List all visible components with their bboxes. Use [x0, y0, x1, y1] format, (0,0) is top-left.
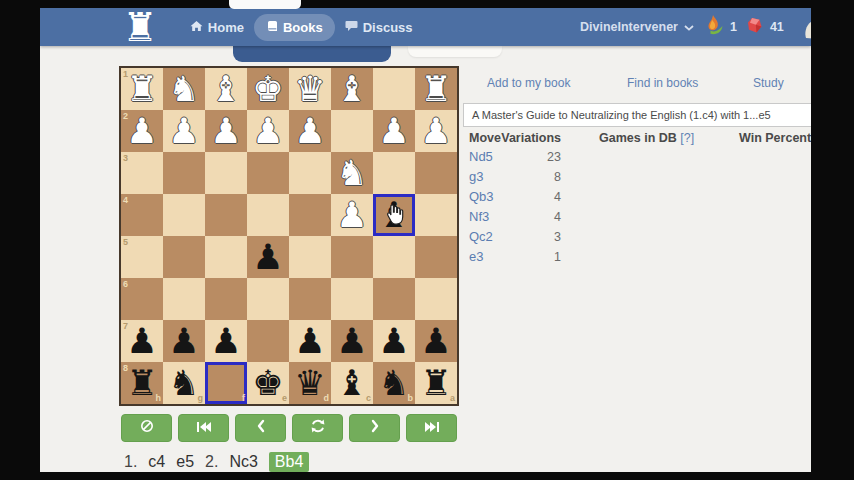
board-controls — [121, 414, 457, 442]
flip-board-button[interactable] — [292, 414, 343, 442]
move-Bb4[interactable]: Bb4 — [269, 452, 309, 472]
white-pawn-a2: ♟ — [415, 110, 457, 152]
file-label-g: g — [198, 393, 204, 403]
rank-label-4: 4 — [123, 195, 128, 205]
square-f8[interactable]: f — [205, 362, 247, 404]
file-label-d: d — [324, 393, 330, 403]
white-rook-a1: ♜ — [415, 68, 457, 110]
square-h2[interactable]: ♟2 — [121, 110, 163, 152]
square-e2[interactable]: ♟ — [247, 110, 289, 152]
rank-label-7: 7 — [123, 321, 128, 331]
square-f2[interactable]: ♟ — [205, 110, 247, 152]
variation-count-e3: 1 — [501, 250, 561, 264]
square-f3[interactable] — [205, 152, 247, 194]
skip-to-end-button[interactable] — [406, 414, 457, 442]
variation-count-Qc2: 3 — [501, 230, 561, 244]
square-f1[interactable]: ♝ — [205, 68, 247, 110]
flip-arrows-icon — [310, 419, 326, 437]
next-move-button[interactable] — [349, 414, 400, 442]
nav-discuss-label: Discuss — [363, 20, 413, 35]
move-list: 1.c4e52.Nc3Bb4 — [124, 452, 309, 472]
square-g6[interactable] — [163, 278, 205, 320]
square-e6[interactable] — [247, 278, 289, 320]
hand-cursor-icon — [383, 203, 405, 227]
square-g3[interactable] — [163, 152, 205, 194]
square-g2[interactable]: ♟ — [163, 110, 205, 152]
square-h6[interactable]: 6 — [121, 278, 163, 320]
square-h3[interactable]: 3 — [121, 152, 163, 194]
rank-label-3: 3 — [123, 153, 128, 163]
home-icon — [190, 20, 203, 35]
square-b6[interactable] — [373, 278, 415, 320]
chevron-down-icon — [684, 20, 694, 34]
gem-icon — [746, 16, 765, 38]
skip-end-icon — [424, 419, 440, 437]
black-pawn-d7: ♟ — [289, 320, 331, 362]
variation-count-g3: 8 — [501, 170, 561, 184]
variation-move-e3[interactable]: e3 — [469, 249, 483, 264]
letterbox-right — [811, 0, 854, 480]
square-c3[interactable]: ♞ — [331, 152, 373, 194]
white-king-e1: ♚ — [247, 68, 289, 110]
disable-button[interactable] — [121, 414, 172, 442]
square-a1[interactable]: ♜ — [415, 68, 457, 110]
square-c5[interactable] — [331, 236, 373, 278]
skip-start-icon — [196, 419, 212, 437]
square-d8[interactable]: ♛d — [289, 362, 331, 404]
square-a7[interactable]: ♟ — [415, 320, 457, 362]
screen: ♜ Home Books Discuss DivineIntervener 1 — [0, 0, 854, 480]
square-d3[interactable] — [289, 152, 331, 194]
move-Nc3[interactable]: Nc3 — [229, 453, 257, 471]
file-label-b: b — [408, 393, 414, 403]
variation-move-Qc2[interactable]: Qc2 — [469, 229, 493, 244]
black-pawn-c7: ♟ — [331, 320, 373, 362]
variation-move-g3[interactable]: g3 — [469, 169, 483, 184]
white-pawn-f2: ♟ — [205, 110, 247, 152]
move-number: 1. — [124, 453, 137, 471]
variation-count-Qb3: 4 — [501, 190, 561, 204]
variation-move-Nd5[interactable]: Nd5 — [469, 149, 493, 164]
square-e8[interactable]: ♚e — [247, 362, 289, 404]
user-menu[interactable]: DivineIntervener — [580, 20, 694, 34]
col-header-variations: Variations — [501, 131, 561, 145]
file-label-e: e — [282, 393, 287, 403]
variation-move-Nf3[interactable]: Nf3 — [469, 209, 489, 224]
book-title-box[interactable]: A Master's Guide to Neutralizing the Eng… — [463, 103, 825, 127]
header-dropdown-tab — [233, 46, 391, 62]
chess-board: ♜1♞♝♚♛♝♜♟2♟♟♟♟♟♟3♞4♟♝5♟6♟7♟♟♟♟♟♟♜8h♞gf♚e… — [119, 66, 459, 406]
square-g5[interactable] — [163, 236, 205, 278]
square-c4[interactable]: ♟ — [331, 194, 373, 236]
book-icon — [266, 20, 278, 35]
square-c1[interactable]: ♝ — [331, 68, 373, 110]
white-pawn-c4: ♟ — [331, 194, 373, 236]
gems-count: 41 — [770, 20, 784, 34]
streak-flame-icon — [703, 14, 725, 40]
square-b3[interactable] — [373, 152, 415, 194]
white-pawn-d2: ♟ — [289, 110, 331, 152]
square-d4[interactable] — [289, 194, 331, 236]
square-e1[interactable]: ♚ — [247, 68, 289, 110]
white-pawn-g2: ♟ — [163, 110, 205, 152]
previous-move-button[interactable] — [235, 414, 286, 442]
square-b1[interactable] — [373, 68, 415, 110]
add-to-book-link[interactable]: Add to my book — [487, 76, 570, 90]
chat-bubble-icon — [345, 20, 358, 35]
book-title: A Master's Guide to Neutralizing the Eng… — [464, 104, 824, 126]
square-c2[interactable] — [331, 110, 373, 152]
square-e7[interactable] — [247, 320, 289, 362]
variation-count-Nf3: 4 — [501, 210, 561, 224]
square-e5[interactable]: ♟ — [247, 236, 289, 278]
square-a3[interactable] — [415, 152, 457, 194]
header-light-tab — [408, 46, 502, 57]
square-b8[interactable]: ♞b — [373, 362, 415, 404]
streak-counter[interactable]: 1 — [703, 14, 737, 40]
streak-count: 1 — [730, 20, 737, 34]
top-notch — [229, 0, 301, 9]
file-label-a: a — [450, 393, 455, 403]
study-link[interactable]: Study — [753, 76, 784, 90]
letterbox-bottom — [0, 472, 854, 480]
square-a6[interactable] — [415, 278, 457, 320]
nav-discuss[interactable]: Discuss — [335, 15, 423, 40]
square-b5[interactable] — [373, 236, 415, 278]
move-number: 2. — [205, 453, 218, 471]
username-label: DivineIntervener — [580, 20, 678, 34]
file-label-c: c — [366, 393, 371, 403]
variation-count-Nd5: 23 — [501, 150, 561, 164]
black-pawn-f7: ♟ — [205, 320, 247, 362]
rank-label-5: 5 — [123, 237, 128, 247]
black-pawn-g7: ♟ — [163, 320, 205, 362]
square-h4[interactable]: 4 — [121, 194, 163, 236]
chevron-right-icon — [370, 419, 380, 437]
chevron-left-icon — [256, 419, 266, 437]
rank-label-1: 1 — [123, 69, 128, 79]
col-header-games: Games in DB [?] — [599, 131, 694, 145]
nav-books-label: Books — [283, 20, 323, 35]
letterbox-left — [0, 0, 40, 480]
square-h7[interactable]: ♟7 — [121, 320, 163, 362]
black-pawn-a7: ♟ — [415, 320, 457, 362]
letterbox-top — [0, 0, 854, 8]
rank-label-6: 6 — [123, 279, 128, 289]
variation-move-Qb3[interactable]: Qb3 — [469, 189, 494, 204]
white-bishop-c1: ♝ — [331, 68, 373, 110]
square-a2[interactable]: ♟ — [415, 110, 457, 152]
square-d6[interactable] — [289, 278, 331, 320]
white-knight-g1: ♞ — [163, 68, 205, 110]
square-d7[interactable]: ♟ — [289, 320, 331, 362]
square-c6[interactable] — [331, 278, 373, 320]
white-pawn-b2: ♟ — [373, 110, 415, 152]
skip-to-start-button[interactable] — [178, 414, 229, 442]
square-b2[interactable]: ♟ — [373, 110, 415, 152]
white-knight-c3: ♞ — [331, 152, 373, 194]
square-b7[interactable]: ♟ — [373, 320, 415, 362]
rank-label-2: 2 — [123, 111, 128, 121]
square-f4[interactable] — [205, 194, 247, 236]
nav-home[interactable]: Home — [180, 15, 254, 40]
square-e3[interactable] — [247, 152, 289, 194]
games-help-icon[interactable]: [?] — [680, 131, 694, 145]
square-g7[interactable]: ♟ — [163, 320, 205, 362]
square-f6[interactable] — [205, 278, 247, 320]
square-h1[interactable]: ♜1 — [121, 68, 163, 110]
square-c7[interactable]: ♟ — [331, 320, 373, 362]
top-navbar: ♜ Home Books Discuss DivineIntervener 1 — [40, 8, 811, 46]
white-pawn-e2: ♟ — [247, 110, 289, 152]
square-a5[interactable] — [415, 236, 457, 278]
black-pawn-b7: ♟ — [373, 320, 415, 362]
square-h8[interactable]: ♜8h — [121, 362, 163, 404]
square-g1[interactable]: ♞ — [163, 68, 205, 110]
square-d2[interactable]: ♟ — [289, 110, 331, 152]
gems-counter[interactable]: 41 — [746, 16, 784, 38]
file-label-f: f — [242, 393, 245, 403]
square-d1[interactable]: ♛ — [289, 68, 331, 110]
square-g4[interactable] — [163, 194, 205, 236]
square-f5[interactable] — [205, 236, 247, 278]
move-c4[interactable]: c4 — [148, 453, 165, 471]
site-logo-rook-icon[interactable]: ♜ — [122, 8, 158, 46]
nav-home-label: Home — [208, 20, 244, 35]
ban-icon — [140, 419, 154, 437]
rank-label-8: 8 — [123, 363, 128, 373]
square-h5[interactable]: 5 — [121, 236, 163, 278]
square-a8[interactable]: ♜a — [415, 362, 457, 404]
nav-books[interactable]: Books — [254, 14, 335, 41]
square-g8[interactable]: ♞g — [163, 362, 205, 404]
square-f7[interactable]: ♟ — [205, 320, 247, 362]
find-in-books-link[interactable]: Find in books — [627, 76, 698, 90]
white-queen-d1: ♛ — [289, 68, 331, 110]
move-e5[interactable]: e5 — [176, 453, 194, 471]
square-a4[interactable] — [415, 194, 457, 236]
black-pawn-e5: ♟ — [247, 236, 289, 278]
file-label-h: h — [156, 393, 162, 403]
square-e4[interactable] — [247, 194, 289, 236]
square-d5[interactable] — [289, 236, 331, 278]
square-c8[interactable]: ♝c — [331, 362, 373, 404]
col-header-move: Move — [469, 131, 501, 145]
white-bishop-f1: ♝ — [205, 68, 247, 110]
